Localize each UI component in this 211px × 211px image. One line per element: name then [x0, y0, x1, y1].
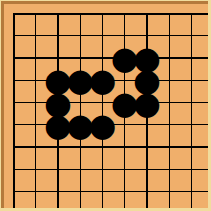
- board-cell[interactable]: [180, 180, 202, 202]
- board-cell[interactable]: ●: [47, 114, 69, 136]
- board-cell[interactable]: ●: [47, 69, 69, 91]
- board-cell[interactable]: [91, 91, 113, 113]
- board-cell[interactable]: [47, 25, 69, 47]
- board-cell[interactable]: [25, 180, 47, 202]
- board-cell[interactable]: [2, 25, 24, 47]
- board-cell[interactable]: [47, 180, 69, 202]
- board-cell[interactable]: ●: [69, 69, 91, 91]
- board-cell[interactable]: [158, 180, 180, 202]
- board-cell[interactable]: [136, 2, 158, 24]
- go-board-diagram: ●●●●●●●●●●●●: [0, 0, 211, 211]
- board-cell[interactable]: [91, 47, 113, 69]
- board-cell[interactable]: [180, 47, 202, 69]
- board-cell[interactable]: [158, 114, 180, 136]
- board-cell[interactable]: [114, 69, 136, 91]
- board-cell[interactable]: [69, 47, 91, 69]
- board-cell[interactable]: [25, 158, 47, 180]
- board-cell[interactable]: [91, 136, 113, 158]
- board-cell[interactable]: [158, 91, 180, 113]
- board-cell[interactable]: [136, 158, 158, 180]
- board-cell[interactable]: [69, 180, 91, 202]
- board-cell[interactable]: [180, 2, 202, 24]
- board-cell[interactable]: [69, 2, 91, 24]
- board-cell[interactable]: [114, 136, 136, 158]
- board-cell[interactable]: [114, 158, 136, 180]
- board-cell[interactable]: [47, 158, 69, 180]
- board-grid: ●●●●●●●●●●●●: [2, 2, 202, 202]
- board-cell[interactable]: [158, 158, 180, 180]
- board-cell[interactable]: [25, 47, 47, 69]
- board-cell[interactable]: ●: [136, 47, 158, 69]
- board-cell[interactable]: [69, 25, 91, 47]
- board-cell[interactable]: ●: [114, 91, 136, 113]
- board-cell[interactable]: ●: [69, 114, 91, 136]
- board-cell[interactable]: [25, 25, 47, 47]
- board-cell[interactable]: [136, 180, 158, 202]
- board-cell[interactable]: [2, 114, 24, 136]
- board-cell[interactable]: [47, 136, 69, 158]
- board-cell[interactable]: [25, 136, 47, 158]
- board-cell[interactable]: [2, 180, 24, 202]
- board-cell[interactable]: ●: [47, 91, 69, 113]
- board-cell[interactable]: [136, 114, 158, 136]
- board-cell[interactable]: [2, 158, 24, 180]
- board-cell[interactable]: [114, 114, 136, 136]
- board-cell[interactable]: [2, 91, 24, 113]
- board-cell[interactable]: [91, 158, 113, 180]
- board-cell[interactable]: ●: [91, 69, 113, 91]
- board-cell[interactable]: [158, 47, 180, 69]
- board-cell[interactable]: [47, 2, 69, 24]
- board-cell[interactable]: [158, 136, 180, 158]
- board-cell[interactable]: [69, 158, 91, 180]
- board-cell[interactable]: [69, 91, 91, 113]
- board-cell[interactable]: [158, 2, 180, 24]
- board-cell[interactable]: [25, 2, 47, 24]
- board-cell[interactable]: [25, 91, 47, 113]
- board-cell[interactable]: [25, 69, 47, 91]
- board-cell[interactable]: [47, 47, 69, 69]
- board-cell[interactable]: [2, 2, 24, 24]
- board-cell[interactable]: [114, 25, 136, 47]
- board-cell[interactable]: [2, 47, 24, 69]
- board-cell[interactable]: [180, 136, 202, 158]
- board-cell[interactable]: [69, 136, 91, 158]
- board-cell[interactable]: ●: [136, 91, 158, 113]
- board-cell[interactable]: [2, 136, 24, 158]
- board-cell[interactable]: [136, 136, 158, 158]
- board-cell[interactable]: [180, 69, 202, 91]
- board-cell[interactable]: [180, 91, 202, 113]
- board-cell[interactable]: [136, 25, 158, 47]
- board-cell[interactable]: ●: [91, 114, 113, 136]
- board-cell[interactable]: [91, 25, 113, 47]
- board-cell[interactable]: [25, 114, 47, 136]
- board-cell[interactable]: [158, 69, 180, 91]
- board-cell[interactable]: [114, 180, 136, 202]
- board-cell[interactable]: [180, 114, 202, 136]
- board-cell[interactable]: [158, 25, 180, 47]
- board-cell[interactable]: [91, 2, 113, 24]
- board-cell[interactable]: [180, 158, 202, 180]
- board-cell[interactable]: ●: [136, 69, 158, 91]
- board-cell[interactable]: [91, 180, 113, 202]
- board-cell[interactable]: [114, 2, 136, 24]
- board-cell[interactable]: [2, 69, 24, 91]
- board-cell[interactable]: ●: [114, 47, 136, 69]
- board-cell[interactable]: [180, 25, 202, 47]
